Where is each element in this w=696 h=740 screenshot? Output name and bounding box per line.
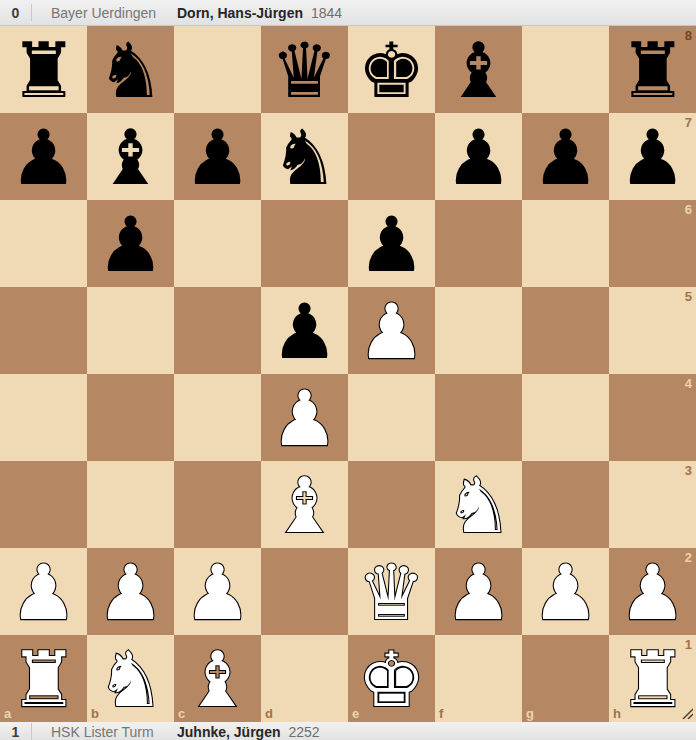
bottom-player-bar: 1 HSK Lister Turm Juhnke, Jürgen 2252: [0, 722, 696, 740]
square-e6[interactable]: ♟: [348, 200, 435, 287]
square-h4[interactable]: 4: [609, 374, 696, 461]
square-c1[interactable]: ♝c: [174, 635, 261, 722]
square-c6[interactable]: [174, 200, 261, 287]
square-c8[interactable]: [174, 26, 261, 113]
piece-white-pawn[interactable]: ♟: [270, 381, 338, 457]
square-c4[interactable]: [174, 374, 261, 461]
file-label-a: a: [4, 707, 11, 720]
chess-board[interactable]: ♜♞♛♚♝♜8♟♝♟♞♟♟♟7♟♟6♟♟5♟4♝♞3♟♟♟♛♟♟♟2♜a♞b♝c…: [0, 26, 696, 722]
square-c3[interactable]: [174, 461, 261, 548]
rank-label-5: 5: [685, 290, 692, 303]
piece-white-knight[interactable]: ♞: [96, 642, 164, 718]
square-b1[interactable]: ♞b: [87, 635, 174, 722]
piece-black-pawn[interactable]: ♟: [531, 120, 599, 196]
piece-white-queen[interactable]: ♛: [357, 555, 425, 631]
white-score: 1: [0, 724, 31, 740]
square-g2[interactable]: ♟: [522, 548, 609, 635]
square-f1[interactable]: f: [435, 635, 522, 722]
piece-black-queen[interactable]: ♛: [270, 33, 338, 109]
black-player-name: Dorn, Hans-Jürgen: [177, 5, 303, 21]
resize-handle-icon[interactable]: [681, 707, 693, 719]
white-player-name: Juhnke, Jürgen: [177, 724, 280, 740]
top-player-bar: 0 Bayer Uerdingen Dorn, Hans-Jürgen 1844: [0, 0, 696, 26]
square-a6[interactable]: [0, 200, 87, 287]
black-score: 0: [0, 5, 31, 21]
piece-black-pawn[interactable]: ♟: [357, 207, 425, 283]
square-g8[interactable]: [522, 26, 609, 113]
square-d7[interactable]: ♞: [261, 113, 348, 200]
square-e5[interactable]: ♟: [348, 287, 435, 374]
square-f7[interactable]: ♟: [435, 113, 522, 200]
square-g6[interactable]: [522, 200, 609, 287]
square-h8[interactable]: ♜8: [609, 26, 696, 113]
piece-black-rook[interactable]: ♜: [618, 33, 686, 109]
square-c7[interactable]: ♟: [174, 113, 261, 200]
file-label-e: e: [352, 707, 359, 720]
square-c2[interactable]: ♟: [174, 548, 261, 635]
rank-label-1: 1: [685, 638, 692, 651]
piece-black-pawn[interactable]: ♟: [183, 120, 251, 196]
piece-black-pawn[interactable]: ♟: [444, 120, 512, 196]
square-e8[interactable]: ♚: [348, 26, 435, 113]
square-f2[interactable]: ♟: [435, 548, 522, 635]
piece-white-bishop[interactable]: ♝: [270, 468, 338, 544]
square-a4[interactable]: [0, 374, 87, 461]
piece-white-pawn[interactable]: ♟: [618, 555, 686, 631]
file-label-d: d: [265, 707, 273, 720]
piece-black-king[interactable]: ♚: [357, 33, 425, 109]
file-label-c: c: [178, 707, 185, 720]
square-h5[interactable]: 5: [609, 287, 696, 374]
square-d5[interactable]: ♟: [261, 287, 348, 374]
square-b3[interactable]: [87, 461, 174, 548]
piece-white-rook[interactable]: ♜: [9, 642, 77, 718]
square-g7[interactable]: ♟: [522, 113, 609, 200]
square-g3[interactable]: [522, 461, 609, 548]
rank-label-7: 7: [685, 116, 692, 129]
square-a5[interactable]: [0, 287, 87, 374]
white-rating: 2252: [288, 724, 319, 740]
square-a8[interactable]: ♜: [0, 26, 87, 113]
piece-black-knight[interactable]: ♞: [96, 33, 164, 109]
rank-label-2: 2: [685, 551, 692, 564]
square-f5[interactable]: [435, 287, 522, 374]
white-team-name: HSK Lister Turm: [51, 724, 177, 740]
square-d2[interactable]: [261, 548, 348, 635]
square-d4[interactable]: ♟: [261, 374, 348, 461]
piece-white-knight[interactable]: ♞: [444, 468, 512, 544]
piece-black-rook[interactable]: ♜: [9, 33, 77, 109]
square-e4[interactable]: [348, 374, 435, 461]
square-d8[interactable]: ♛: [261, 26, 348, 113]
piece-white-bishop[interactable]: ♝: [183, 642, 251, 718]
bar-separator: [31, 4, 32, 21]
piece-white-pawn[interactable]: ♟: [531, 555, 599, 631]
square-c5[interactable]: [174, 287, 261, 374]
square-b7[interactable]: ♝: [87, 113, 174, 200]
square-h2[interactable]: ♟2: [609, 548, 696, 635]
piece-black-knight[interactable]: ♞: [270, 120, 338, 196]
piece-white-pawn[interactable]: ♟: [96, 555, 164, 631]
square-a3[interactable]: [0, 461, 87, 548]
piece-black-pawn[interactable]: ♟: [96, 207, 164, 283]
square-b8[interactable]: ♞: [87, 26, 174, 113]
piece-white-pawn[interactable]: ♟: [183, 555, 251, 631]
piece-white-rook[interactable]: ♜: [618, 642, 686, 718]
square-h3[interactable]: 3: [609, 461, 696, 548]
rank-label-6: 6: [685, 203, 692, 216]
square-e2[interactable]: ♛: [348, 548, 435, 635]
piece-black-bishop[interactable]: ♝: [444, 33, 512, 109]
square-e1[interactable]: ♚e: [348, 635, 435, 722]
square-a2[interactable]: ♟: [0, 548, 87, 635]
square-f4[interactable]: [435, 374, 522, 461]
square-a7[interactable]: ♟: [0, 113, 87, 200]
piece-white-pawn[interactable]: ♟: [444, 555, 512, 631]
square-f3[interactable]: ♞: [435, 461, 522, 548]
square-b2[interactable]: ♟: [87, 548, 174, 635]
square-f6[interactable]: [435, 200, 522, 287]
piece-white-pawn[interactable]: ♟: [357, 294, 425, 370]
square-e7[interactable]: [348, 113, 435, 200]
piece-white-pawn[interactable]: ♟: [9, 555, 77, 631]
square-d3[interactable]: ♝: [261, 461, 348, 548]
piece-black-pawn[interactable]: ♟: [270, 294, 338, 370]
square-f8[interactable]: ♝: [435, 26, 522, 113]
square-g1[interactable]: g: [522, 635, 609, 722]
square-b6[interactable]: ♟: [87, 200, 174, 287]
piece-white-king[interactable]: ♚: [357, 642, 425, 718]
square-g5[interactable]: [522, 287, 609, 374]
file-label-g: g: [526, 707, 534, 720]
square-e3[interactable]: [348, 461, 435, 548]
square-g4[interactable]: [522, 374, 609, 461]
square-d6[interactable]: [261, 200, 348, 287]
rank-label-3: 3: [685, 464, 692, 477]
piece-black-pawn[interactable]: ♟: [618, 120, 686, 196]
rank-label-4: 4: [685, 377, 692, 390]
square-a1[interactable]: ♜a: [0, 635, 87, 722]
square-h6[interactable]: 6: [609, 200, 696, 287]
file-label-b: b: [91, 707, 99, 720]
square-h7[interactable]: ♟7: [609, 113, 696, 200]
file-label-h: h: [613, 707, 621, 720]
piece-black-pawn[interactable]: ♟: [9, 120, 77, 196]
rank-label-8: 8: [685, 29, 692, 42]
bar-separator: [31, 723, 32, 740]
square-b4[interactable]: [87, 374, 174, 461]
black-rating: 1844: [311, 5, 342, 21]
file-label-f: f: [439, 707, 443, 720]
piece-black-bishop[interactable]: ♝: [96, 120, 164, 196]
square-d1[interactable]: d: [261, 635, 348, 722]
black-team-name: Bayer Uerdingen: [51, 5, 177, 21]
square-b5[interactable]: [87, 287, 174, 374]
